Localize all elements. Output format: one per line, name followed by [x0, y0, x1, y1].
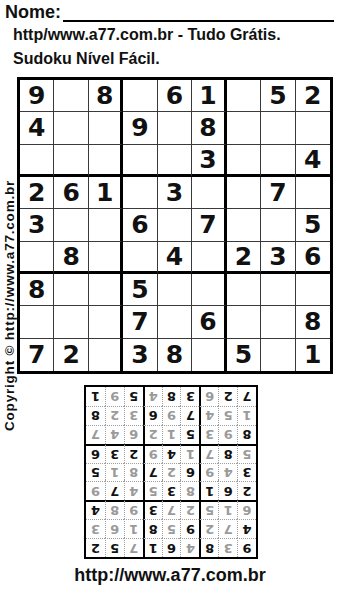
- puzzle-cell[interactable]: [227, 80, 261, 112]
- name-label: Nome:: [5, 2, 61, 22]
- puzzle-cell[interactable]: 7: [123, 306, 157, 338]
- puzzle-cell[interactable]: [261, 339, 295, 371]
- puzzle-cell[interactable]: [261, 306, 295, 338]
- puzzle-cell[interactable]: [54, 145, 88, 177]
- puzzle-cell[interactable]: [227, 177, 261, 209]
- puzzle-grid: 986152498342613736758423685768723851: [17, 77, 333, 374]
- solution-cell: 1: [105, 463, 124, 482]
- puzzle-cell[interactable]: [227, 145, 261, 177]
- puzzle-cell[interactable]: 4: [158, 242, 192, 274]
- solution-cell: 7: [143, 463, 162, 482]
- puzzle-cell[interactable]: 2: [296, 80, 330, 112]
- puzzle-cell[interactable]: [261, 209, 295, 241]
- puzzle-cell[interactable]: 6: [158, 80, 192, 112]
- solution-cell: 8: [218, 444, 237, 463]
- puzzle-cell[interactable]: [123, 242, 157, 274]
- solution-cell: 2: [143, 425, 162, 444]
- puzzle-cell[interactable]: [54, 274, 88, 306]
- solution-cell: 3: [86, 519, 105, 538]
- puzzle-cell[interactable]: [89, 306, 123, 338]
- footer-url: http://www.a77.com.br: [0, 565, 340, 586]
- solution-cell: 9: [143, 444, 162, 463]
- solution-cell: 5: [237, 444, 256, 463]
- puzzle-cell[interactable]: [158, 145, 192, 177]
- solution-cell: 4: [86, 500, 105, 519]
- solution-cell: 7: [218, 519, 237, 538]
- solution-cell: 1: [124, 519, 143, 538]
- solution-cell: 2: [199, 519, 218, 538]
- puzzle-cell[interactable]: [20, 242, 54, 274]
- puzzle-cell[interactable]: [261, 112, 295, 144]
- solution-cell: 4: [199, 406, 218, 425]
- puzzle-cell[interactable]: 6: [54, 177, 88, 209]
- solution-cell: 4: [105, 425, 124, 444]
- puzzle-cell[interactable]: 5: [296, 209, 330, 241]
- solution-cell: 9: [237, 538, 256, 557]
- puzzle-cell[interactable]: 7: [261, 177, 295, 209]
- puzzle-cell[interactable]: [192, 177, 226, 209]
- solution-cell: 6: [86, 444, 105, 463]
- puzzle-cell[interactable]: [158, 306, 192, 338]
- solution-cell: 6: [180, 463, 199, 482]
- puzzle-cell[interactable]: [296, 177, 330, 209]
- solution-cell: 8: [199, 538, 218, 557]
- solution-cell: 4: [124, 481, 143, 500]
- solution-cell: 9: [124, 500, 143, 519]
- solution-cell: 7: [124, 538, 143, 557]
- solution-cell: 5: [218, 406, 237, 425]
- solution-cell: 2: [237, 481, 256, 500]
- solution-cell: 3: [105, 444, 124, 463]
- solution-cell: 1: [143, 538, 162, 557]
- solution-cell: 3: [218, 538, 237, 557]
- puzzle-cell[interactable]: 4: [20, 112, 54, 144]
- solution-cell: 5: [124, 387, 143, 406]
- puzzle-cell[interactable]: [227, 306, 261, 338]
- solution-cell: 8: [86, 406, 105, 425]
- solution-cell: 5: [199, 500, 218, 519]
- puzzle-cell[interactable]: [192, 242, 226, 274]
- solution-cell: 2: [180, 500, 199, 519]
- copyright-text: Copyright © http://www.a77.com.br: [2, 81, 17, 431]
- solution-cell: 4: [162, 444, 181, 463]
- puzzle-cell[interactable]: 3: [192, 145, 226, 177]
- solution-cell: 6: [105, 519, 124, 538]
- solution-cell: 3: [237, 463, 256, 482]
- solution-cell: 2: [124, 444, 143, 463]
- puzzle-cell[interactable]: 2: [227, 242, 261, 274]
- puzzle-cell[interactable]: [123, 80, 157, 112]
- solution-cell: 1: [199, 481, 218, 500]
- solution-cell: 2: [218, 387, 237, 406]
- puzzle-cell[interactable]: [158, 112, 192, 144]
- solution-cell: 7: [105, 481, 124, 500]
- puzzle-cell[interactable]: 1: [89, 177, 123, 209]
- solution-cell: 9: [199, 463, 218, 482]
- puzzle-cell[interactable]: 3: [158, 177, 192, 209]
- puzzle-cell[interactable]: 8: [89, 80, 123, 112]
- puzzle-cell[interactable]: 6: [296, 242, 330, 274]
- solution-cell: 8: [124, 463, 143, 482]
- puzzle-cell[interactable]: [89, 145, 123, 177]
- puzzle-cell[interactable]: [89, 339, 123, 371]
- puzzle-cell[interactable]: 9: [20, 80, 54, 112]
- puzzle-cell[interactable]: 6: [123, 209, 157, 241]
- puzzle-cell[interactable]: [54, 80, 88, 112]
- solution-cell: 3: [124, 406, 143, 425]
- solution-cell: 6: [237, 500, 256, 519]
- puzzle-cell[interactable]: [123, 145, 157, 177]
- name-blank-line[interactable]: [63, 2, 334, 22]
- solution-cell: 9: [86, 481, 105, 500]
- puzzle-cell[interactable]: 8: [192, 112, 226, 144]
- puzzle-cell[interactable]: 6: [192, 306, 226, 338]
- puzzle-cell[interactable]: [296, 112, 330, 144]
- solution-cell: 6: [218, 481, 237, 500]
- puzzle-cell[interactable]: 3: [20, 209, 54, 241]
- solution-cell: 5: [143, 481, 162, 500]
- solution-cell: 8: [105, 500, 124, 519]
- puzzle-cell[interactable]: [123, 177, 157, 209]
- solution-cell: 2: [86, 538, 105, 557]
- puzzle-cell[interactable]: 8: [158, 339, 192, 371]
- puzzle-cell[interactable]: 7: [20, 339, 54, 371]
- solution-cell: 6: [162, 538, 181, 557]
- solution-cell: 7: [86, 425, 105, 444]
- puzzle-cell[interactable]: 2: [54, 339, 88, 371]
- puzzle-cell[interactable]: 5: [227, 339, 261, 371]
- puzzle-level-title: Sudoku Nível Fácil.: [13, 50, 160, 68]
- puzzle-cell[interactable]: [89, 112, 123, 144]
- puzzle-cell[interactable]: 5: [123, 274, 157, 306]
- puzzle-cell[interactable]: 1: [296, 339, 330, 371]
- puzzle-cell[interactable]: [296, 274, 330, 306]
- puzzle-cell[interactable]: 3: [261, 242, 295, 274]
- solution-cell: 7: [180, 406, 199, 425]
- solution-cell: 7: [237, 387, 256, 406]
- solution-cell: 6: [199, 387, 218, 406]
- solution-cell: 2: [105, 406, 124, 425]
- puzzle-cell[interactable]: 2: [20, 177, 54, 209]
- solution-cell: 8: [237, 425, 256, 444]
- solution-cell: 5: [86, 463, 105, 482]
- solution-cell: 7: [162, 500, 181, 519]
- puzzle-cell[interactable]: [54, 112, 88, 144]
- solution-cell: 4: [180, 538, 199, 557]
- site-title: http/www.a77.com.br - Tudo Grátis.: [13, 26, 281, 44]
- solution-cell: 5: [162, 519, 181, 538]
- solution-cell: 4: [237, 519, 256, 538]
- solution-cell: 3: [199, 425, 218, 444]
- puzzle-cell[interactable]: 4: [296, 145, 330, 177]
- puzzle-cell[interactable]: [227, 209, 261, 241]
- solution-cell: 6: [143, 406, 162, 425]
- solution-cell: 8: [143, 519, 162, 538]
- solution-cell: 7: [199, 444, 218, 463]
- puzzle-cell[interactable]: [89, 274, 123, 306]
- puzzle-cell[interactable]: [158, 209, 192, 241]
- solution-cell: 3: [162, 481, 181, 500]
- puzzle-cell[interactable]: 9: [123, 112, 157, 144]
- puzzle-cell[interactable]: [261, 145, 295, 177]
- solution-cell: 1: [218, 500, 237, 519]
- solution-cell: 4: [218, 463, 237, 482]
- solution-cell: 9: [105, 387, 124, 406]
- puzzle-cell[interactable]: [89, 242, 123, 274]
- puzzle-cell[interactable]: 3: [123, 339, 157, 371]
- puzzle-cell[interactable]: 7: [192, 209, 226, 241]
- puzzle-cell[interactable]: [261, 274, 295, 306]
- puzzle-cell[interactable]: 8: [296, 306, 330, 338]
- solution-cell: 1: [237, 406, 256, 425]
- puzzle-cell[interactable]: [192, 339, 226, 371]
- solution-cell: 1: [86, 387, 105, 406]
- puzzle-cell[interactable]: [89, 209, 123, 241]
- puzzle-cell[interactable]: 8: [54, 242, 88, 274]
- solution-cell: 6: [124, 425, 143, 444]
- puzzle-cell[interactable]: [20, 145, 54, 177]
- puzzle-cell[interactable]: [54, 306, 88, 338]
- puzzle-cell[interactable]: 5: [261, 80, 295, 112]
- puzzle-cell[interactable]: [192, 274, 226, 306]
- solution-cell: 4: [143, 387, 162, 406]
- puzzle-cell[interactable]: 1: [192, 80, 226, 112]
- solution-cell: 5: [105, 538, 124, 557]
- solution-cell: 3: [180, 387, 199, 406]
- puzzle-cell[interactable]: [227, 274, 261, 306]
- puzzle-cell[interactable]: [54, 209, 88, 241]
- puzzle-cell[interactable]: [158, 274, 192, 306]
- solution-cell: 5: [180, 425, 199, 444]
- solution-cell: 1: [180, 444, 199, 463]
- solution-cell: 9: [180, 519, 199, 538]
- solution-cell: 1: [162, 425, 181, 444]
- solution-cell: 9: [218, 425, 237, 444]
- solution-cell: 2: [162, 463, 181, 482]
- solution-cell: 9: [162, 406, 181, 425]
- puzzle-cell[interactable]: [227, 112, 261, 144]
- solution-cell: 8: [162, 387, 181, 406]
- solution-cell: 8: [180, 481, 199, 500]
- puzzle-cell[interactable]: [20, 306, 54, 338]
- puzzle-cell[interactable]: 8: [20, 274, 54, 306]
- name-row: Nome:: [5, 2, 334, 22]
- solution-grid: 9384617524729581636152739842618354793496…: [84, 385, 258, 559]
- solution-cell: 3: [143, 500, 162, 519]
